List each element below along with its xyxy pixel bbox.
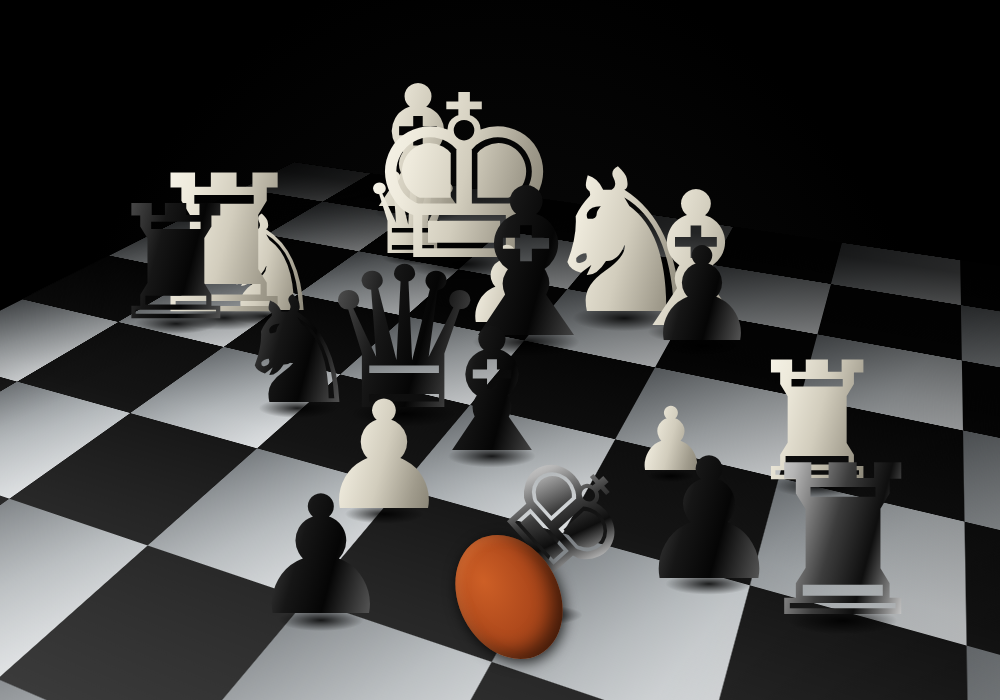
pieces-layer: ♝♛♚♜♜♞♟♝♞♝♟♞♛♝♟♜♟♟♟♜♚ (0, 0, 1000, 700)
black-pawn-b2[interactable]: ♟ (247, 475, 394, 639)
black-rook-a6[interactable]: ♜ (105, 184, 247, 342)
chess-scene: ♝♛♚♜♜♞♟♝♞♝♟♞♛♝♟♜♟♟♟♜♚ Fallen black king … (0, 0, 1000, 700)
black-rook-h2[interactable]: ♜ (750, 438, 936, 646)
